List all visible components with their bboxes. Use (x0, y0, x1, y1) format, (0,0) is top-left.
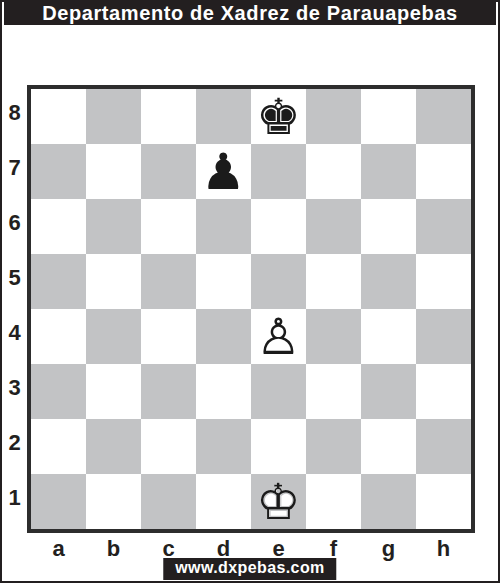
black-pawn[interactable]: ♟ (196, 144, 251, 199)
square-f2[interactable] (306, 419, 361, 474)
white-pawn-fill: ♟ (251, 309, 306, 364)
square-f4[interactable] (306, 309, 361, 364)
page-title: Departamento de Xadrez de Parauapebas (42, 2, 458, 25)
square-g7[interactable] (361, 144, 416, 199)
square-b2[interactable] (86, 419, 141, 474)
square-h4[interactable] (416, 309, 471, 364)
website-url: www.dxpebas.com (175, 559, 324, 576)
rank-label-3: 3 (2, 360, 27, 415)
square-b7[interactable] (86, 144, 141, 199)
square-e7[interactable] (251, 144, 306, 199)
white-pawn[interactable]: ♙ (251, 309, 306, 364)
square-a1[interactable] (31, 474, 86, 529)
square-c1[interactable] (141, 474, 196, 529)
rank-label-7: 7 (2, 140, 27, 195)
square-e3[interactable] (251, 364, 306, 419)
white-king[interactable]: ♔ (251, 474, 306, 529)
square-b6[interactable] (86, 199, 141, 254)
square-d6[interactable] (196, 199, 251, 254)
file-label-h: h (416, 536, 471, 562)
square-h6[interactable] (416, 199, 471, 254)
rank-label-8: 8 (2, 85, 27, 140)
white-king-fill: ♚ (251, 474, 306, 529)
square-g5[interactable] (361, 254, 416, 309)
square-e6[interactable] (251, 199, 306, 254)
square-c2[interactable] (141, 419, 196, 474)
file-label-b: b (86, 536, 141, 562)
square-a2[interactable] (31, 419, 86, 474)
square-c7[interactable] (141, 144, 196, 199)
square-h3[interactable] (416, 364, 471, 419)
rank-label-2: 2 (2, 415, 27, 470)
square-d1[interactable] (196, 474, 251, 529)
square-d2[interactable] (196, 419, 251, 474)
square-d3[interactable] (196, 364, 251, 419)
square-h2[interactable] (416, 419, 471, 474)
rank-label-4: 4 (2, 305, 27, 360)
square-g6[interactable] (361, 199, 416, 254)
chess-board: ♚♟♟♙♚♔ (27, 85, 475, 533)
black-king[interactable]: ♚ (251, 89, 306, 144)
square-f5[interactable] (306, 254, 361, 309)
square-a6[interactable] (31, 199, 86, 254)
title-bar: Departamento de Xadrez de Parauapebas (4, 2, 496, 25)
square-e5[interactable] (251, 254, 306, 309)
square-f8[interactable] (306, 89, 361, 144)
square-g2[interactable] (361, 419, 416, 474)
rank-label-1: 1 (2, 470, 27, 525)
footer-bar: www.dxpebas.com (163, 558, 336, 580)
file-label-a: a (31, 536, 86, 562)
square-c3[interactable] (141, 364, 196, 419)
square-d4[interactable] (196, 309, 251, 364)
square-c8[interactable] (141, 89, 196, 144)
square-c5[interactable] (141, 254, 196, 309)
page: Departamento de Xadrez de Parauapebas 8 … (0, 0, 500, 583)
square-a5[interactable] (31, 254, 86, 309)
square-b8[interactable] (86, 89, 141, 144)
square-h5[interactable] (416, 254, 471, 309)
square-d8[interactable] (196, 89, 251, 144)
rank-label-5: 5 (2, 250, 27, 305)
square-g3[interactable] (361, 364, 416, 419)
square-e8[interactable]: ♚ (251, 89, 306, 144)
square-f7[interactable] (306, 144, 361, 199)
square-a8[interactable] (31, 89, 86, 144)
square-h8[interactable] (416, 89, 471, 144)
square-e4[interactable]: ♟♙ (251, 309, 306, 364)
square-b3[interactable] (86, 364, 141, 419)
square-c6[interactable] (141, 199, 196, 254)
square-c4[interactable] (141, 309, 196, 364)
square-g8[interactable] (361, 89, 416, 144)
square-d5[interactable] (196, 254, 251, 309)
square-e1[interactable]: ♚♔ (251, 474, 306, 529)
square-d7[interactable]: ♟ (196, 144, 251, 199)
rank-label-6: 6 (2, 195, 27, 250)
square-f6[interactable] (306, 199, 361, 254)
square-a4[interactable] (31, 309, 86, 364)
square-a3[interactable] (31, 364, 86, 419)
square-b4[interactable] (86, 309, 141, 364)
square-a7[interactable] (31, 144, 86, 199)
file-label-g: g (361, 536, 416, 562)
square-e2[interactable] (251, 419, 306, 474)
square-g4[interactable] (361, 309, 416, 364)
square-f1[interactable] (306, 474, 361, 529)
square-f3[interactable] (306, 364, 361, 419)
square-g1[interactable] (361, 474, 416, 529)
square-b5[interactable] (86, 254, 141, 309)
square-b1[interactable] (86, 474, 141, 529)
square-h1[interactable] (416, 474, 471, 529)
square-h7[interactable] (416, 144, 471, 199)
rank-labels: 8 7 6 5 4 3 2 1 (2, 85, 27, 525)
